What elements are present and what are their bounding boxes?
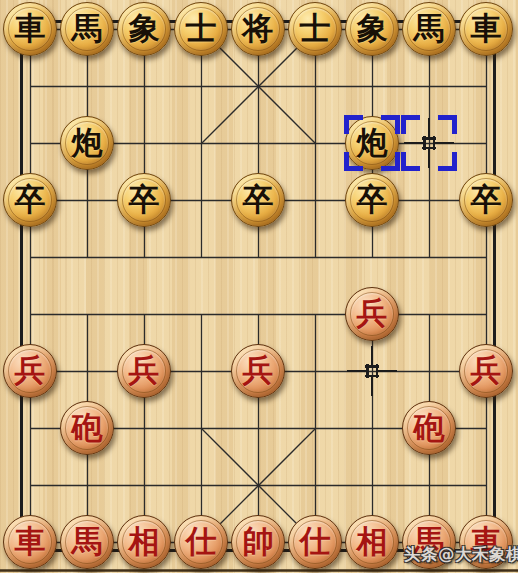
piece-glyph: 砲 [72, 412, 103, 443]
watermark: 头条@大禾象棋 [404, 544, 518, 566]
piece-glyph: 卒 [243, 184, 274, 215]
piece-glyph: 砲 [414, 412, 445, 443]
piece-glyph: 馬 [72, 526, 103, 557]
piece-glyph: 車 [15, 13, 46, 44]
piece-black-soldier-i[interactable]: 卒 [459, 173, 513, 227]
piece-red-elephant-right[interactable]: 相 [345, 515, 399, 569]
piece-glyph: 将 [243, 13, 274, 44]
piece-black-horse-left[interactable]: 馬 [60, 2, 114, 56]
piece-glyph: 兵 [243, 355, 274, 386]
piece-black-advisor-right[interactable]: 士 [288, 2, 342, 56]
piece-red-advisor-left[interactable]: 仕 [174, 515, 228, 569]
piece-glyph: 帥 [243, 526, 274, 557]
piece-red-soldier-i[interactable]: 兵 [459, 344, 513, 398]
piece-glyph: 士 [300, 13, 331, 44]
piece-black-horse-right[interactable]: 馬 [402, 2, 456, 56]
piece-red-general[interactable]: 帥 [231, 515, 285, 569]
piece-glyph: 象 [357, 13, 388, 44]
piece-glyph: 相 [357, 526, 388, 557]
piece-black-cannon-left[interactable]: 炮 [60, 116, 114, 170]
piece-red-soldier-e[interactable]: 兵 [231, 344, 285, 398]
piece-red-chariot-left[interactable]: 車 [3, 515, 57, 569]
piece-red-soldier-a[interactable]: 兵 [3, 344, 57, 398]
piece-glyph: 兵 [15, 355, 46, 386]
piece-glyph: 炮 [357, 127, 388, 158]
pieces-layer: 車 馬 象 士 将 士 象 馬 車 炮 炮 卒 卒 卒 卒 卒 兵 兵 兵 兵 … [2, 1, 515, 571]
piece-red-cannon-left[interactable]: 砲 [60, 401, 114, 455]
piece-black-soldier-c[interactable]: 卒 [117, 173, 171, 227]
piece-red-soldier-c[interactable]: 兵 [117, 344, 171, 398]
piece-black-soldier-g[interactable]: 卒 [345, 173, 399, 227]
piece-black-soldier-a[interactable]: 卒 [3, 173, 57, 227]
piece-red-cannon-right[interactable]: 砲 [402, 401, 456, 455]
piece-glyph: 車 [471, 13, 502, 44]
piece-glyph: 炮 [72, 127, 103, 158]
piece-red-soldier-g-advanced[interactable]: 兵 [345, 287, 399, 341]
piece-glyph: 車 [15, 526, 46, 557]
piece-glyph: 卒 [357, 184, 388, 215]
piece-black-cannon-right[interactable]: 炮 [345, 116, 399, 170]
piece-black-chariot-right[interactable]: 車 [459, 2, 513, 56]
piece-glyph: 馬 [414, 13, 445, 44]
piece-glyph: 兵 [129, 355, 160, 386]
piece-glyph: 卒 [129, 184, 160, 215]
piece-black-general[interactable]: 将 [231, 2, 285, 56]
piece-glyph: 卒 [471, 184, 502, 215]
piece-red-advisor-right[interactable]: 仕 [288, 515, 342, 569]
piece-glyph: 仕 [300, 526, 331, 557]
piece-black-elephant-left[interactable]: 象 [117, 2, 171, 56]
piece-black-soldier-e[interactable]: 卒 [231, 173, 285, 227]
piece-red-horse-left[interactable]: 馬 [60, 515, 114, 569]
piece-glyph: 兵 [471, 355, 502, 386]
piece-black-chariot-left[interactable]: 車 [3, 2, 57, 56]
piece-glyph: 士 [186, 13, 217, 44]
piece-glyph: 仕 [186, 526, 217, 557]
piece-glyph: 象 [129, 13, 160, 44]
piece-glyph: 相 [129, 526, 160, 557]
piece-glyph: 卒 [15, 184, 46, 215]
xiangqi-board[interactable]: 車 馬 象 士 将 士 象 馬 車 炮 炮 卒 卒 卒 卒 卒 兵 兵 兵 兵 … [0, 0, 518, 573]
piece-glyph: 馬 [72, 13, 103, 44]
piece-red-elephant-left[interactable]: 相 [117, 515, 171, 569]
piece-glyph: 兵 [357, 298, 388, 329]
piece-black-elephant-right[interactable]: 象 [345, 2, 399, 56]
piece-black-advisor-left[interactable]: 士 [174, 2, 228, 56]
